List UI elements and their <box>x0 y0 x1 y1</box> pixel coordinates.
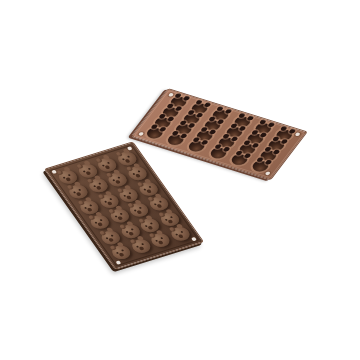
bump-grid <box>52 148 196 263</box>
corner-hole <box>294 132 300 136</box>
bear-face-cavity <box>229 153 250 167</box>
bear-face-cavity <box>144 127 165 141</box>
product-photo-scene <box>0 0 360 360</box>
bear-face-bump <box>168 225 193 242</box>
mold-bump-side-tray <box>44 141 204 269</box>
cavity-grid <box>140 93 299 175</box>
corner-hole <box>191 237 197 241</box>
mold-cavity-side-tray <box>131 88 308 180</box>
bear-face-cavity <box>186 140 207 154</box>
corner-hole <box>265 171 271 175</box>
bear-face-cavity <box>207 146 228 160</box>
bear-face-cavity <box>165 133 186 147</box>
